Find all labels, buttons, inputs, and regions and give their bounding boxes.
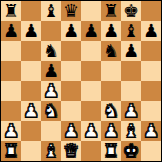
black-pawn[interactable]: ♟	[123, 41, 139, 61]
black-queen[interactable]: ♛	[63, 1, 79, 21]
black-pawn[interactable]: ♟	[103, 21, 119, 41]
white-pawn[interactable]: ♟	[123, 101, 139, 121]
square-d4[interactable]	[61, 81, 81, 101]
black-rook[interactable]: ♜	[103, 1, 119, 21]
square-c7[interactable]	[41, 21, 61, 41]
white-knight[interactable]: ♞	[43, 101, 59, 121]
black-pawn[interactable]: ♟	[3, 21, 19, 41]
square-h6[interactable]	[141, 41, 161, 61]
white-king[interactable]: ♚	[123, 141, 139, 161]
square-h1[interactable]	[141, 141, 161, 161]
white-bishop[interactable]: ♝	[123, 121, 139, 141]
square-e8[interactable]	[81, 1, 101, 21]
square-g3[interactable]: ♟	[121, 101, 141, 121]
square-f3[interactable]: ♞	[101, 101, 121, 121]
square-e6[interactable]	[81, 41, 101, 61]
square-b6[interactable]	[21, 41, 41, 61]
white-pawn[interactable]: ♟	[23, 101, 39, 121]
black-rook[interactable]: ♜	[3, 1, 19, 21]
square-a3[interactable]	[1, 101, 21, 121]
black-knight[interactable]: ♞	[103, 41, 119, 61]
square-d1[interactable]: ♛	[61, 141, 81, 161]
white-pawn[interactable]: ♟	[103, 121, 119, 141]
white-pawn[interactable]: ♟	[3, 121, 19, 141]
square-c8[interactable]: ♝	[41, 1, 61, 21]
white-pawn[interactable]: ♟	[143, 121, 159, 141]
square-f2[interactable]: ♟	[101, 121, 121, 141]
square-e5[interactable]	[81, 61, 101, 81]
square-d2[interactable]: ♟	[61, 121, 81, 141]
chess-board: ♜♝♛♜♚♟♟♟♟♟♝♟♞♞♟♟♟♟♞♞♟♟♟♟♟♝♟♜♝♛♜♚	[0, 0, 162, 162]
white-knight[interactable]: ♞	[103, 101, 119, 121]
square-e7[interactable]: ♟	[81, 21, 101, 41]
square-a1[interactable]: ♜	[1, 141, 21, 161]
square-b3[interactable]: ♟	[21, 101, 41, 121]
square-h5[interactable]	[141, 61, 161, 81]
black-pawn[interactable]: ♟	[83, 21, 99, 41]
white-bishop[interactable]: ♝	[43, 141, 59, 161]
square-a7[interactable]: ♟	[1, 21, 21, 41]
square-g6[interactable]: ♟	[121, 41, 141, 61]
black-knight[interactable]: ♞	[43, 41, 59, 61]
black-king[interactable]: ♚	[123, 1, 139, 21]
square-e2[interactable]: ♟	[81, 121, 101, 141]
square-a4[interactable]	[1, 81, 21, 101]
square-b7[interactable]: ♟	[21, 21, 41, 41]
square-h4[interactable]	[141, 81, 161, 101]
square-c2[interactable]	[41, 121, 61, 141]
white-pawn[interactable]: ♟	[83, 121, 99, 141]
black-pawn[interactable]: ♟	[43, 61, 59, 81]
square-g2[interactable]: ♝	[121, 121, 141, 141]
square-b8[interactable]	[21, 1, 41, 21]
white-pawn[interactable]: ♟	[63, 121, 79, 141]
square-h3[interactable]	[141, 101, 161, 121]
square-b2[interactable]	[21, 121, 41, 141]
square-a6[interactable]	[1, 41, 21, 61]
square-f8[interactable]: ♜	[101, 1, 121, 21]
square-h7[interactable]: ♟	[141, 21, 161, 41]
square-h8[interactable]	[141, 1, 161, 21]
square-g5[interactable]	[121, 61, 141, 81]
square-d5[interactable]	[61, 61, 81, 81]
black-bishop[interactable]: ♝	[123, 21, 139, 41]
square-f1[interactable]: ♜	[101, 141, 121, 161]
square-g4[interactable]	[121, 81, 141, 101]
square-g8[interactable]: ♚	[121, 1, 141, 21]
square-g1[interactable]: ♚	[121, 141, 141, 161]
square-d8[interactable]: ♛	[61, 1, 81, 21]
square-f5[interactable]	[101, 61, 121, 81]
white-rook[interactable]: ♜	[3, 141, 19, 161]
white-rook[interactable]: ♜	[103, 141, 119, 161]
square-a5[interactable]	[1, 61, 21, 81]
square-a2[interactable]: ♟	[1, 121, 21, 141]
square-c4[interactable]: ♟	[41, 81, 61, 101]
black-bishop[interactable]: ♝	[43, 1, 59, 21]
square-f4[interactable]	[101, 81, 121, 101]
square-a8[interactable]: ♜	[1, 1, 21, 21]
square-b5[interactable]	[21, 61, 41, 81]
square-d6[interactable]	[61, 41, 81, 61]
white-pawn[interactable]: ♟	[43, 81, 59, 101]
square-f6[interactable]: ♞	[101, 41, 121, 61]
square-g7[interactable]: ♝	[121, 21, 141, 41]
square-c5[interactable]: ♟	[41, 61, 61, 81]
black-pawn[interactable]: ♟	[143, 21, 159, 41]
square-d7[interactable]: ♟	[61, 21, 81, 41]
square-c3[interactable]: ♞	[41, 101, 61, 121]
square-e4[interactable]	[81, 81, 101, 101]
black-pawn[interactable]: ♟	[63, 21, 79, 41]
square-b1[interactable]	[21, 141, 41, 161]
square-d3[interactable]	[61, 101, 81, 121]
square-c1[interactable]: ♝	[41, 141, 61, 161]
black-pawn[interactable]: ♟	[23, 21, 39, 41]
square-f7[interactable]: ♟	[101, 21, 121, 41]
white-queen[interactable]: ♛	[63, 141, 79, 161]
square-e3[interactable]	[81, 101, 101, 121]
square-b4[interactable]	[21, 81, 41, 101]
square-e1[interactable]	[81, 141, 101, 161]
square-h2[interactable]: ♟	[141, 121, 161, 141]
square-c6[interactable]: ♞	[41, 41, 61, 61]
